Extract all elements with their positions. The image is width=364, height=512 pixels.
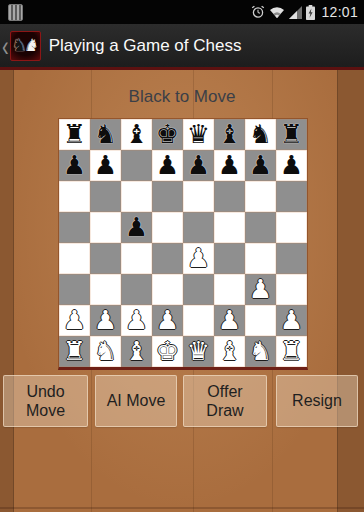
page-title: Playing a Game of Chess [49, 36, 242, 56]
black-pawn: ♟ [187, 150, 210, 181]
white-pawn: ♟ [63, 305, 86, 336]
wood-frame-left [0, 70, 14, 512]
white-pawn: ♟ [187, 243, 210, 274]
black-pawn: ♟ [94, 150, 117, 181]
black-pawn: ♟ [125, 212, 148, 243]
square-a3[interactable] [59, 274, 90, 305]
black-pawn: ♟ [249, 150, 272, 181]
white-rook: ♜ [63, 336, 86, 367]
square-c3[interactable] [121, 274, 152, 305]
square-b8[interactable]: ♞ [90, 119, 121, 150]
square-h8[interactable]: ♜ [276, 119, 307, 150]
black-knight: ♞ [94, 119, 117, 150]
square-e6[interactable] [183, 181, 214, 212]
square-d4[interactable] [152, 243, 183, 274]
square-d8[interactable]: ♚ [152, 119, 183, 150]
black-pawn: ♟ [218, 150, 241, 181]
wood-background: Black to Move ♜♞♝♚♛♝♞♜♟♟♟♟♟♟♟♟♟♟♟♟♟♟♟♟♜♞… [0, 70, 364, 512]
square-f4[interactable] [214, 243, 245, 274]
square-c7[interactable] [121, 150, 152, 181]
square-b2[interactable]: ♟ [90, 305, 121, 336]
black-pawn: ♟ [63, 150, 86, 181]
square-g1[interactable]: ♞ [245, 336, 276, 367]
square-h2[interactable]: ♟ [276, 305, 307, 336]
square-g6[interactable] [245, 181, 276, 212]
phone-screen: 12:01 ‹ ♞ ♞ Playing a Game of Chess Blac… [0, 0, 364, 512]
square-b6[interactable] [90, 181, 121, 212]
square-e7[interactable]: ♟ [183, 150, 214, 181]
black-pawn: ♟ [156, 150, 179, 181]
square-f7[interactable]: ♟ [214, 150, 245, 181]
square-b4[interactable] [90, 243, 121, 274]
square-c4[interactable] [121, 243, 152, 274]
square-g2[interactable] [245, 305, 276, 336]
white-bishop: ♝ [125, 336, 148, 367]
white-knight: ♞ [249, 336, 272, 367]
square-e4[interactable]: ♟ [183, 243, 214, 274]
square-g4[interactable] [245, 243, 276, 274]
black-bishop: ♝ [218, 119, 241, 150]
square-b1[interactable]: ♞ [90, 336, 121, 367]
square-d2[interactable]: ♟ [152, 305, 183, 336]
ai-move-button[interactable]: AI Move [95, 375, 177, 427]
alarm-clock-icon [251, 5, 265, 19]
action-button-row: Undo Move AI Move Offer Draw Resign [3, 375, 359, 427]
notification-stripes-icon [8, 4, 23, 21]
square-g5[interactable] [245, 212, 276, 243]
resign-button[interactable]: Resign [276, 375, 358, 427]
square-e2[interactable] [183, 305, 214, 336]
square-c5[interactable]: ♟ [121, 212, 152, 243]
square-g8[interactable]: ♞ [245, 119, 276, 150]
white-bishop: ♝ [218, 336, 241, 367]
square-h4[interactable] [276, 243, 307, 274]
status-bar: 12:01 [0, 0, 364, 24]
signal-strength-icon [289, 6, 302, 19]
black-rook: ♜ [280, 119, 303, 150]
white-rook: ♜ [280, 336, 303, 367]
square-c2[interactable]: ♟ [121, 305, 152, 336]
square-a2[interactable]: ♟ [59, 305, 90, 336]
square-b5[interactable] [90, 212, 121, 243]
white-knight: ♞ [94, 336, 117, 367]
wood-frame-bottom [0, 507, 364, 509]
square-f1[interactable]: ♝ [214, 336, 245, 367]
square-f8[interactable]: ♝ [214, 119, 245, 150]
offer-draw-button[interactable]: Offer Draw [183, 375, 267, 427]
app-bar: ‹ ♞ ♞ Playing a Game of Chess [0, 24, 364, 67]
white-pawn: ♟ [249, 274, 272, 305]
white-king: ♚ [156, 336, 179, 367]
square-a6[interactable] [59, 181, 90, 212]
white-pawn: ♟ [125, 305, 148, 336]
square-e8[interactable]: ♛ [183, 119, 214, 150]
black-bishop: ♝ [125, 119, 148, 150]
white-pawn: ♟ [94, 305, 117, 336]
square-f6[interactable] [214, 181, 245, 212]
square-b3[interactable] [90, 274, 121, 305]
wood-frame-right [337, 70, 364, 512]
square-c6[interactable] [121, 181, 152, 212]
black-queen: ♛ [187, 119, 210, 150]
square-d1[interactable]: ♚ [152, 336, 183, 367]
square-b7[interactable]: ♟ [90, 150, 121, 181]
square-h3[interactable] [276, 274, 307, 305]
back-chevron-icon[interactable]: ‹ [2, 30, 9, 60]
turn-indicator: Black to Move [0, 87, 364, 107]
square-f3[interactable] [214, 274, 245, 305]
square-d5[interactable] [152, 212, 183, 243]
square-d6[interactable] [152, 181, 183, 212]
square-e5[interactable] [183, 212, 214, 243]
square-g7[interactable]: ♟ [245, 150, 276, 181]
white-pawn: ♟ [218, 305, 241, 336]
square-a4[interactable] [59, 243, 90, 274]
square-c8[interactable]: ♝ [121, 119, 152, 150]
square-f2[interactable]: ♟ [214, 305, 245, 336]
black-pawn: ♟ [280, 150, 303, 181]
chess-board: ♜♞♝♚♛♝♞♜♟♟♟♟♟♟♟♟♟♟♟♟♟♟♟♟♜♞♝♚♛♝♞♜ [58, 118, 308, 370]
app-logo-icon[interactable]: ♞ ♞ [10, 31, 41, 61]
battery-charging-icon [306, 5, 315, 20]
black-rook: ♜ [63, 119, 86, 150]
white-queen: ♛ [187, 336, 210, 367]
square-d3[interactable] [152, 274, 183, 305]
square-a8[interactable]: ♜ [59, 119, 90, 150]
square-h5[interactable] [276, 212, 307, 243]
square-a5[interactable] [59, 212, 90, 243]
square-f5[interactable] [214, 212, 245, 243]
square-g3[interactable]: ♟ [245, 274, 276, 305]
square-e3[interactable] [183, 274, 214, 305]
square-c1[interactable]: ♝ [121, 336, 152, 367]
square-h6[interactable] [276, 181, 307, 212]
black-king: ♚ [156, 119, 179, 150]
wifi-icon [269, 6, 285, 19]
square-e1[interactable]: ♛ [183, 336, 214, 367]
square-h7[interactable]: ♟ [276, 150, 307, 181]
clock-time: 12:01 [321, 4, 358, 20]
square-a7[interactable]: ♟ [59, 150, 90, 181]
white-pawn: ♟ [280, 305, 303, 336]
undo-move-button[interactable]: Undo Move [3, 375, 88, 427]
square-h1[interactable]: ♜ [276, 336, 307, 367]
white-knight-logo-glyph: ♞ [24, 37, 39, 54]
square-a1[interactable]: ♜ [59, 336, 90, 367]
square-d7[interactable]: ♟ [152, 150, 183, 181]
black-knight: ♞ [249, 119, 272, 150]
white-pawn: ♟ [156, 305, 179, 336]
